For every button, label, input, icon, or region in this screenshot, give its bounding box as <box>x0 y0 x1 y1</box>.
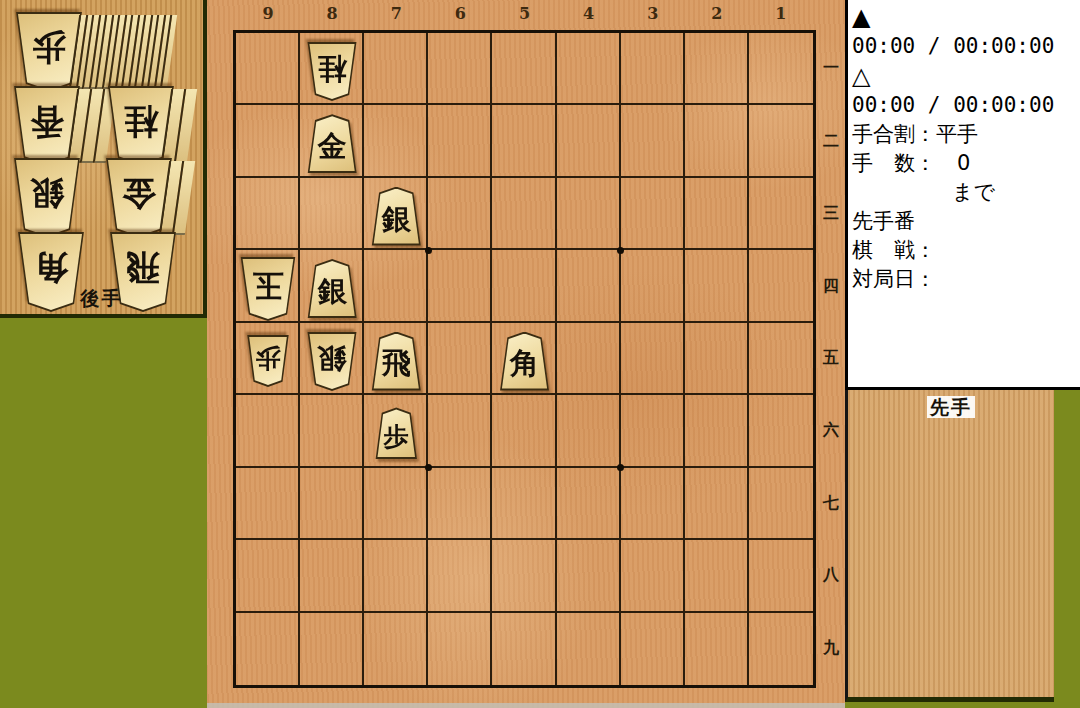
piece-gold-8-2[interactable]: 金 <box>306 114 358 173</box>
turn-line: 先手番 <box>852 207 1076 236</box>
cell-1-9[interactable] <box>749 613 813 685</box>
made-line: まで <box>852 178 1076 207</box>
cell-7-4[interactable] <box>364 250 428 322</box>
cell-4-9[interactable] <box>557 613 621 685</box>
piece-silver-8-5[interactable]: 銀 <box>306 332 358 391</box>
cell-4-5[interactable] <box>557 323 621 395</box>
cell-5-1[interactable] <box>492 33 556 105</box>
cell-2-8[interactable] <box>685 540 749 612</box>
handicap-line: 手合割：平手 <box>852 120 1076 149</box>
file-label-2: 2 <box>704 4 730 23</box>
board-area: 987654321 一二三四五六七八九 桂金銀玉銀歩銀飛角歩 <box>207 0 845 708</box>
cell-8-7[interactable] <box>300 468 364 540</box>
cell-6-1[interactable] <box>428 33 492 105</box>
shogi-app-window: 歩香桂銀金角飛後手 987654321 一二三四五六七八九 桂金銀玉銀歩銀飛角歩… <box>0 0 1080 708</box>
piece-pawn-9-5[interactable]: 歩 <box>246 335 290 387</box>
cell-1-1[interactable] <box>749 33 813 105</box>
cell-6-6[interactable] <box>428 395 492 467</box>
file-label-3: 3 <box>640 4 666 23</box>
piece-king-9-4[interactable]: 玉 <box>239 257 297 321</box>
file-label-4: 4 <box>576 4 602 23</box>
cell-2-4[interactable] <box>685 250 749 322</box>
cell-5-9[interactable] <box>492 613 556 685</box>
cell-4-7[interactable] <box>557 468 621 540</box>
cell-1-8[interactable] <box>749 540 813 612</box>
cell-8-8[interactable] <box>300 540 364 612</box>
hand-piece-silver[interactable]: 銀 <box>12 158 82 238</box>
gote-hand-tray: 歩香桂銀金角飛後手 <box>0 0 207 318</box>
sente-tray-label: 先手 <box>927 396 975 418</box>
rank-label-4: 四 <box>819 276 843 297</box>
gote-clock: 00:00 / 00:00:00 <box>852 91 1076 120</box>
cell-5-4[interactable] <box>492 250 556 322</box>
cell-4-8[interactable] <box>557 540 621 612</box>
cell-2-1[interactable] <box>685 33 749 105</box>
cell-3-9[interactable] <box>621 613 685 685</box>
cell-5-7[interactable] <box>492 468 556 540</box>
cell-3-2[interactable] <box>621 105 685 177</box>
cell-9-2[interactable] <box>236 105 300 177</box>
gote-turn-icon: △ <box>852 61 1076 91</box>
cell-4-6[interactable] <box>557 395 621 467</box>
move-count-line: 手 数： 0 <box>852 149 1076 178</box>
cell-6-2[interactable] <box>428 105 492 177</box>
file-label-1: 1 <box>768 4 794 23</box>
cell-9-7[interactable] <box>236 468 300 540</box>
cell-3-1[interactable] <box>621 33 685 105</box>
rank-label-1: 一 <box>819 58 843 79</box>
piece-silver-7-3[interactable]: 銀 <box>370 187 422 246</box>
cell-7-2[interactable] <box>364 105 428 177</box>
cell-1-2[interactable] <box>749 105 813 177</box>
file-label-7: 7 <box>383 4 409 23</box>
cell-6-3[interactable] <box>428 178 492 250</box>
cell-7-9[interactable] <box>364 613 428 685</box>
cell-6-9[interactable] <box>428 613 492 685</box>
tournament-line: 棋 戦： <box>852 236 1076 265</box>
date-line: 対局日： <box>852 265 1076 294</box>
rank-label-3: 三 <box>819 203 843 224</box>
file-label-8: 8 <box>319 4 345 23</box>
cell-3-6[interactable] <box>621 395 685 467</box>
cell-4-3[interactable] <box>557 178 621 250</box>
cell-5-2[interactable] <box>492 105 556 177</box>
file-label-6: 6 <box>447 4 473 23</box>
cell-8-3[interactable] <box>300 178 364 250</box>
cell-7-1[interactable] <box>364 33 428 105</box>
hoshi-star-point <box>425 247 432 254</box>
cell-2-9[interactable] <box>685 613 749 685</box>
cell-3-5[interactable] <box>621 323 685 395</box>
cell-9-3[interactable] <box>236 178 300 250</box>
info-panel: ▲ 00:00 / 00:00:00 △ 00:00 / 00:00:00 手合… <box>845 0 1080 390</box>
cell-9-6[interactable] <box>236 395 300 467</box>
cell-4-1[interactable] <box>557 33 621 105</box>
cell-1-7[interactable] <box>749 468 813 540</box>
cell-6-4[interactable] <box>428 250 492 322</box>
cell-3-8[interactable] <box>621 540 685 612</box>
piece-knight-8-1[interactable]: 桂 <box>306 42 358 101</box>
hoshi-star-point <box>617 247 624 254</box>
cell-4-2[interactable] <box>557 105 621 177</box>
sente-clock: 00:00 / 00:00:00 <box>852 32 1076 61</box>
cell-9-9[interactable] <box>236 613 300 685</box>
file-label-9: 9 <box>255 4 281 23</box>
cell-6-5[interactable] <box>428 323 492 395</box>
cell-3-4[interactable] <box>621 250 685 322</box>
hoshi-star-point <box>425 464 432 471</box>
piece-silver-8-4[interactable]: 銀 <box>306 259 358 318</box>
cell-2-2[interactable] <box>685 105 749 177</box>
cell-1-5[interactable] <box>749 323 813 395</box>
piece-rook-7-5[interactable]: 飛 <box>370 332 422 391</box>
cell-7-7[interactable] <box>364 468 428 540</box>
cell-3-3[interactable] <box>621 178 685 250</box>
cell-5-8[interactable] <box>492 540 556 612</box>
cell-1-6[interactable] <box>749 395 813 467</box>
piece-bishop-5-5[interactable]: 角 <box>499 332 551 391</box>
rank-label-8: 八 <box>819 565 843 586</box>
cell-5-3[interactable] <box>492 178 556 250</box>
piece-pawn-7-6[interactable]: 歩 <box>374 407 418 459</box>
cell-7-8[interactable] <box>364 540 428 612</box>
cell-2-7[interactable] <box>685 468 749 540</box>
cell-4-4[interactable] <box>557 250 621 322</box>
cell-8-6[interactable] <box>300 395 364 467</box>
cell-2-5[interactable] <box>685 323 749 395</box>
sente-hand-tray: 先手 <box>845 390 1054 702</box>
gote-tray-label: 後手 <box>0 286 203 312</box>
cell-2-3[interactable] <box>685 178 749 250</box>
rank-label-7: 七 <box>819 493 843 514</box>
cell-1-4[interactable] <box>749 250 813 322</box>
cell-3-7[interactable] <box>621 468 685 540</box>
sente-turn-icon: ▲ <box>852 2 1076 32</box>
cell-9-8[interactable] <box>236 540 300 612</box>
cell-6-7[interactable] <box>428 468 492 540</box>
rank-label-5: 五 <box>819 348 843 369</box>
cell-9-1[interactable] <box>236 33 300 105</box>
file-label-5: 5 <box>512 4 538 23</box>
rank-label-2: 二 <box>819 131 843 152</box>
rank-label-6: 六 <box>819 420 843 441</box>
cell-8-9[interactable] <box>300 613 364 685</box>
cell-1-3[interactable] <box>749 178 813 250</box>
rank-label-9: 九 <box>819 638 843 659</box>
cell-6-8[interactable] <box>428 540 492 612</box>
cell-5-6[interactable] <box>492 395 556 467</box>
cell-2-6[interactable] <box>685 395 749 467</box>
